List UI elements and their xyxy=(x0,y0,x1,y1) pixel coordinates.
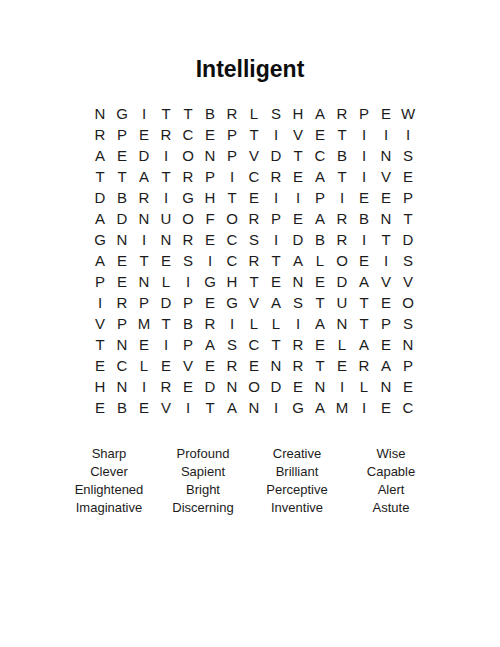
grid-cell-r4c14: V xyxy=(375,166,397,187)
grid-cell-r7c15: D xyxy=(397,229,419,250)
grid-cell-r11c15: S xyxy=(397,313,419,334)
grid-cell-r6c5: O xyxy=(177,208,199,229)
grid-cell-r8c13: E xyxy=(353,250,375,271)
grid-cell-r9c3: N xyxy=(133,271,155,292)
grid-cell-r7c5: R xyxy=(177,229,199,250)
grid-cell-r11c6: R xyxy=(199,313,221,334)
grid-cell-r1c12: R xyxy=(331,103,353,124)
grid-cell-r6c2: D xyxy=(111,208,133,229)
grid-cell-r11c13: T xyxy=(353,313,375,334)
word-list-item: Clever xyxy=(62,463,156,481)
grid-cell-r13c14: A xyxy=(375,355,397,376)
grid-cell-r3c15: S xyxy=(397,145,419,166)
grid-cell-r5c5: G xyxy=(177,187,199,208)
grid-cell-r15c10: G xyxy=(287,397,309,418)
grid-cell-r2c7: P xyxy=(221,124,243,145)
word-list-item: Bright xyxy=(156,481,250,499)
grid-cell-r11c7: I xyxy=(221,313,243,334)
grid-cell-r11c14: P xyxy=(375,313,397,334)
grid-cell-r3c5: O xyxy=(177,145,199,166)
grid-cell-r1c11: A xyxy=(309,103,331,124)
grid-cell-r9c1: P xyxy=(89,271,111,292)
word-list-column-3: CreativeBrilliantPerceptiveInventive xyxy=(250,445,344,517)
grid-cell-r15c13: I xyxy=(353,397,375,418)
grid-cell-r13c5: V xyxy=(177,355,199,376)
grid-cell-r13c9: N xyxy=(265,355,287,376)
grid-cell-r2c8: T xyxy=(243,124,265,145)
grid-cell-r3c6: N xyxy=(199,145,221,166)
grid-cell-r5c11: P xyxy=(309,187,331,208)
grid-cell-r8c3: T xyxy=(133,250,155,271)
grid-cell-r3c11: C xyxy=(309,145,331,166)
grid-cell-r4c4: T xyxy=(155,166,177,187)
grid-cell-r11c3: M xyxy=(133,313,155,334)
grid-cell-r1c2: G xyxy=(111,103,133,124)
word-list-item: Perceptive xyxy=(250,481,344,499)
grid-cell-r10c12: U xyxy=(331,292,353,313)
grid-cell-r9c4: L xyxy=(155,271,177,292)
grid-cell-r4c5: R xyxy=(177,166,199,187)
word-list-item: Discerning xyxy=(156,499,250,517)
grid-cell-r8c12: O xyxy=(331,250,353,271)
grid-cell-r3c7: P xyxy=(221,145,243,166)
grid-cell-r11c5: B xyxy=(177,313,199,334)
grid-cell-r12c1: T xyxy=(89,334,111,355)
grid-cell-r15c14: E xyxy=(375,397,397,418)
grid-cell-r4c1: T xyxy=(89,166,111,187)
grid-cell-r11c4: T xyxy=(155,313,177,334)
grid-cell-r15c9: I xyxy=(265,397,287,418)
grid-cell-r13c1: E xyxy=(89,355,111,376)
grid-cell-r15c1: E xyxy=(89,397,111,418)
grid-cell-r10c2: R xyxy=(111,292,133,313)
grid-cell-r5c10: I xyxy=(287,187,309,208)
grid-cell-r11c8: L xyxy=(243,313,265,334)
grid-cell-r14c8: O xyxy=(243,376,265,397)
grid-cell-r1c7: R xyxy=(221,103,243,124)
grid-cell-r2c15: I xyxy=(397,124,419,145)
grid-cell-r5c13: E xyxy=(353,187,375,208)
grid-cell-r14c3: I xyxy=(133,376,155,397)
grid-cell-r6c13: B xyxy=(353,208,375,229)
grid-cell-r7c1: G xyxy=(89,229,111,250)
grid-cell-r3c10: T xyxy=(287,145,309,166)
grid-cell-r7c13: I xyxy=(353,229,375,250)
grid-cell-r8c4: E xyxy=(155,250,177,271)
grid-cell-r6c11: A xyxy=(309,208,331,229)
grid-cell-r8c7: C xyxy=(221,250,243,271)
grid-cell-r6c14: N xyxy=(375,208,397,229)
word-list-column-2: ProfoundSapientBrightDiscerning xyxy=(156,445,250,517)
word-list-item: Sapient xyxy=(156,463,250,481)
grid-cell-r14c2: N xyxy=(111,376,133,397)
grid-cell-r11c11: A xyxy=(309,313,331,334)
grid-cell-r9c2: E xyxy=(111,271,133,292)
grid-cell-r1c14: E xyxy=(375,103,397,124)
grid-cell-r1c10: H xyxy=(287,103,309,124)
grid-cell-r2c2: P xyxy=(111,124,133,145)
grid-cell-r4c9: R xyxy=(265,166,287,187)
grid-cell-r15c15: C xyxy=(397,397,419,418)
grid-cell-r2c4: R xyxy=(155,124,177,145)
grid-cell-r11c12: N xyxy=(331,313,353,334)
grid-cell-r4c11: A xyxy=(309,166,331,187)
word-list-item: Enlightened xyxy=(62,481,156,499)
grid-cell-r8c11: L xyxy=(309,250,331,271)
grid-cell-r3c14: N xyxy=(375,145,397,166)
grid-cell-r10c9: A xyxy=(265,292,287,313)
grid-cell-r10c15: O xyxy=(397,292,419,313)
grid-cell-r15c2: B xyxy=(111,397,133,418)
grid-cell-r1c13: P xyxy=(353,103,375,124)
grid-cell-r12c9: T xyxy=(265,334,287,355)
grid-cell-r7c10: D xyxy=(287,229,309,250)
grid-cell-r13c13: R xyxy=(353,355,375,376)
grid-cell-r5c2: B xyxy=(111,187,133,208)
word-list-column-4: WiseCapableAlertAstute xyxy=(344,445,438,517)
grid-cell-r14c5: E xyxy=(177,376,199,397)
grid-cell-r3c12: B xyxy=(331,145,353,166)
grid-cell-r5c1: D xyxy=(89,187,111,208)
puzzle-title: Intelligent xyxy=(0,0,500,82)
grid-cell-r15c4: V xyxy=(155,397,177,418)
grid-cell-r5c6: H xyxy=(199,187,221,208)
grid-cell-r1c3: I xyxy=(133,103,155,124)
grid-cell-r1c9: S xyxy=(265,103,287,124)
grid-cell-r11c10: I xyxy=(287,313,309,334)
grid-cell-r8c9: T xyxy=(265,250,287,271)
grid-cell-r5c9: I xyxy=(265,187,287,208)
grid-cell-r5c14: E xyxy=(375,187,397,208)
grid-cell-r15c11: A xyxy=(309,397,331,418)
word-list-item: Brilliant xyxy=(250,463,344,481)
grid-cell-r13c7: R xyxy=(221,355,243,376)
grid-cell-r12c5: P xyxy=(177,334,199,355)
grid-cell-r6c4: U xyxy=(155,208,177,229)
grid-cell-r5c7: T xyxy=(221,187,243,208)
grid-cell-r7c4: N xyxy=(155,229,177,250)
word-list-item: Inventive xyxy=(250,499,344,517)
grid-cell-r1c15: W xyxy=(397,103,419,124)
grid-cell-r12c7: S xyxy=(221,334,243,355)
grid-cell-r14c1: H xyxy=(89,376,111,397)
grid-cell-r15c7: A xyxy=(221,397,243,418)
grid-cell-r4c13: I xyxy=(353,166,375,187)
grid-cell-r13c2: C xyxy=(111,355,133,376)
word-list-item: Astute xyxy=(344,499,438,517)
grid-cell-r1c1: N xyxy=(89,103,111,124)
grid-cell-r3c9: D xyxy=(265,145,287,166)
word-list-item: Alert xyxy=(344,481,438,499)
grid-cell-r12c10: R xyxy=(287,334,309,355)
grid-cell-r2c14: I xyxy=(375,124,397,145)
grid-cell-r10c13: T xyxy=(353,292,375,313)
grid-cell-r8c10: A xyxy=(287,250,309,271)
grid-cell-r13c4: E xyxy=(155,355,177,376)
grid-cell-r13c12: E xyxy=(331,355,353,376)
grid-cell-r12c14: E xyxy=(375,334,397,355)
puzzle-page: Intelligent NGITTBRLSHARPEWRPERCEPTIVETI… xyxy=(0,0,500,647)
grid-cell-r7c9: I xyxy=(265,229,287,250)
grid-cell-r9c11: E xyxy=(309,271,331,292)
grid-cell-r7c12: R xyxy=(331,229,353,250)
grid-cell-r14c10: E xyxy=(287,376,309,397)
grid-cell-r14c14: N xyxy=(375,376,397,397)
grid-cell-r3c4: I xyxy=(155,145,177,166)
word-list-item: Creative xyxy=(250,445,344,463)
grid-cell-r13c10: R xyxy=(287,355,309,376)
grid-cell-r10c1: I xyxy=(89,292,111,313)
grid-cell-r4c12: T xyxy=(331,166,353,187)
grid-cell-r3c1: A xyxy=(89,145,111,166)
grid-cell-r14c7: N xyxy=(221,376,243,397)
grid-cell-r2c1: R xyxy=(89,124,111,145)
grid-cell-r15c5: I xyxy=(177,397,199,418)
grid-cell-r8c14: I xyxy=(375,250,397,271)
grid-cell-r6c1: A xyxy=(89,208,111,229)
grid-cell-r15c12: M xyxy=(331,397,353,418)
grid-cell-r9c7: H xyxy=(221,271,243,292)
grid-cell-r6c8: R xyxy=(243,208,265,229)
grid-cell-r2c3: E xyxy=(133,124,155,145)
grid-cell-r8c2: E xyxy=(111,250,133,271)
grid-cell-r10c5: P xyxy=(177,292,199,313)
grid-cell-r5c3: R xyxy=(133,187,155,208)
grid-cell-r14c13: L xyxy=(353,376,375,397)
grid-cell-r12c12: L xyxy=(331,334,353,355)
grid-cell-r7c11: B xyxy=(309,229,331,250)
grid-cell-r7c7: C xyxy=(221,229,243,250)
grid-cell-r7c14: T xyxy=(375,229,397,250)
grid-cell-r2c10: V xyxy=(287,124,309,145)
grid-cell-r13c15: P xyxy=(397,355,419,376)
grid-cell-r9c6: G xyxy=(199,271,221,292)
grid-cell-r9c12: D xyxy=(331,271,353,292)
grid-cell-r3c2: E xyxy=(111,145,133,166)
grid-cell-r10c11: T xyxy=(309,292,331,313)
grid-cell-r9c13: A xyxy=(353,271,375,292)
grid-cell-r7c3: I xyxy=(133,229,155,250)
grid-cell-r9c5: I xyxy=(177,271,199,292)
grid-cell-r1c4: T xyxy=(155,103,177,124)
grid-cell-r2c5: C xyxy=(177,124,199,145)
grid-cell-r5c8: E xyxy=(243,187,265,208)
word-list-item: Wise xyxy=(344,445,438,463)
grid-cell-r6c9: P xyxy=(265,208,287,229)
grid-cell-r10c7: G xyxy=(221,292,243,313)
grid-cell-r13c11: T xyxy=(309,355,331,376)
grid-cell-r4c8: C xyxy=(243,166,265,187)
grid-cell-r10c14: E xyxy=(375,292,397,313)
word-list: SharpCleverEnlightenedImaginativeProfoun… xyxy=(0,445,500,517)
grid-cell-r2c6: E xyxy=(199,124,221,145)
word-list-item: Imaginative xyxy=(62,499,156,517)
grid-cell-r8c15: S xyxy=(397,250,419,271)
grid-cell-r9c9: E xyxy=(265,271,287,292)
grid-cell-r3c8: V xyxy=(243,145,265,166)
word-list-item: Sharp xyxy=(62,445,156,463)
grid-cell-r4c6: P xyxy=(199,166,221,187)
grid-cell-r1c6: B xyxy=(199,103,221,124)
grid-cell-r11c2: P xyxy=(111,313,133,334)
grid-cell-r6c3: N xyxy=(133,208,155,229)
grid-cell-r6c15: T xyxy=(397,208,419,229)
grid-cell-r12c11: E xyxy=(309,334,331,355)
grid-cell-r10c4: D xyxy=(155,292,177,313)
grid-cell-r1c5: T xyxy=(177,103,199,124)
grid-cell-r10c8: V xyxy=(243,292,265,313)
grid-cell-r6c10: E xyxy=(287,208,309,229)
grid-cell-r7c8: S xyxy=(243,229,265,250)
word-list-item: Capable xyxy=(344,463,438,481)
grid-cell-r4c3: A xyxy=(133,166,155,187)
grid-cell-r4c2: T xyxy=(111,166,133,187)
word-list-item: Profound xyxy=(156,445,250,463)
grid-cell-r15c6: T xyxy=(199,397,221,418)
grid-cell-r14c4: R xyxy=(155,376,177,397)
grid-cell-r9c8: T xyxy=(243,271,265,292)
grid-cell-r13c6: E xyxy=(199,355,221,376)
grid-cell-r6c12: R xyxy=(331,208,353,229)
grid-cell-r14c11: N xyxy=(309,376,331,397)
word-list-column-1: SharpCleverEnlightenedImaginative xyxy=(62,445,156,517)
grid-cell-r4c15: E xyxy=(397,166,419,187)
grid-cell-r1c8: L xyxy=(243,103,265,124)
grid-cell-r9c10: N xyxy=(287,271,309,292)
grid-cell-r12c6: A xyxy=(199,334,221,355)
grid-cell-r10c6: E xyxy=(199,292,221,313)
grid-cell-r2c11: E xyxy=(309,124,331,145)
grid-cell-r12c4: I xyxy=(155,334,177,355)
grid-cell-r6c6: F xyxy=(199,208,221,229)
grid-cell-r10c10: S xyxy=(287,292,309,313)
grid-cell-r2c13: I xyxy=(353,124,375,145)
grid-cell-r14c9: D xyxy=(265,376,287,397)
grid-cell-r5c12: I xyxy=(331,187,353,208)
grid-cell-r5c15: P xyxy=(397,187,419,208)
grid-cell-r12c3: E xyxy=(133,334,155,355)
grid-cell-r7c6: E xyxy=(199,229,221,250)
grid-cell-r3c13: I xyxy=(353,145,375,166)
grid-cell-r8c5: S xyxy=(177,250,199,271)
grid-cell-r8c6: I xyxy=(199,250,221,271)
grid-cell-r13c3: L xyxy=(133,355,155,376)
grid-cell-r8c8: R xyxy=(243,250,265,271)
grid-cell-r10c3: P xyxy=(133,292,155,313)
grid-cell-r11c9: L xyxy=(265,313,287,334)
word-search-grid: NGITTBRLSHARPEWRPERCEPTIVETIIIAEDIONPVDT… xyxy=(89,103,419,418)
grid-cell-r2c9: I xyxy=(265,124,287,145)
grid-cell-r12c15: N xyxy=(397,334,419,355)
grid-cell-r6c7: O xyxy=(221,208,243,229)
grid-cell-r12c2: N xyxy=(111,334,133,355)
grid-cell-r9c15: V xyxy=(397,271,419,292)
grid-cell-r8c1: A xyxy=(89,250,111,271)
grid-cell-r14c12: I xyxy=(331,376,353,397)
grid-cell-r11c1: V xyxy=(89,313,111,334)
grid-cell-r15c8: N xyxy=(243,397,265,418)
grid-cell-r9c14: V xyxy=(375,271,397,292)
grid-cell-r12c8: C xyxy=(243,334,265,355)
grid-cell-r7c2: N xyxy=(111,229,133,250)
grid-cell-r13c8: E xyxy=(243,355,265,376)
grid-cell-r12c13: A xyxy=(353,334,375,355)
grid-cell-r15c3: E xyxy=(133,397,155,418)
grid-cell-r2c12: T xyxy=(331,124,353,145)
grid-cell-r14c6: D xyxy=(199,376,221,397)
grid-cell-r4c7: I xyxy=(221,166,243,187)
grid-cell-r4c10: E xyxy=(287,166,309,187)
grid-cell-r3c3: D xyxy=(133,145,155,166)
grid-cell-r5c4: I xyxy=(155,187,177,208)
grid-cell-r14c15: E xyxy=(397,376,419,397)
